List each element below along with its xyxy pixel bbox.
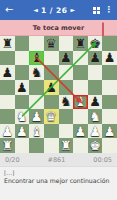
square-d2[interactable]: [44, 124, 59, 139]
next-puzzle-icon[interactable]: ►: [71, 7, 76, 13]
prev-puzzle-icon[interactable]: ◄: [33, 7, 38, 13]
black-pawn: ♟: [60, 51, 72, 64]
grid-view-icon[interactable]: [93, 7, 100, 14]
square-h7[interactable]: ♟: [102, 51, 117, 66]
white-knight: ♞: [89, 109, 101, 122]
square-b2[interactable]: ♟: [15, 124, 30, 139]
square-e2[interactable]: [59, 124, 74, 139]
square-g4[interactable]: ♟: [88, 95, 103, 110]
overflow-menu-icon[interactable]: ⋮: [105, 6, 113, 14]
square-g2[interactable]: ♟: [88, 124, 103, 139]
square-a2[interactable]: ♟: [0, 124, 15, 139]
black-rook: ♜: [75, 36, 87, 49]
square-b4[interactable]: [15, 95, 30, 110]
square-h3[interactable]: [102, 109, 117, 124]
turn-banner-text: Te toca mover: [33, 24, 84, 32]
black-bishop: ♝: [31, 51, 43, 64]
square-g6[interactable]: [88, 65, 103, 80]
square-b7[interactable]: [15, 51, 30, 66]
white-king: ♚: [89, 139, 101, 152]
square-g1[interactable]: ♚: [88, 138, 103, 153]
square-e1[interactable]: ♜: [59, 138, 74, 153]
white-pawn: ♟: [1, 124, 13, 137]
chess-board[interactable]: ♜♛♜♚♝♟♟♟♟♞♟♟♞♝♟♞♟♛♞♟♟♝♟♟♟♜♜♚: [0, 36, 117, 153]
square-a1[interactable]: ♜: [0, 138, 15, 153]
timer-value: 00:05: [93, 156, 112, 164]
puzzle-id: #861: [48, 156, 66, 164]
black-queen: ♛: [45, 36, 57, 49]
square-f4[interactable]: ♝: [73, 95, 88, 110]
square-a5[interactable]: [0, 80, 15, 95]
square-a4[interactable]: [0, 95, 15, 110]
square-a7[interactable]: [0, 51, 15, 66]
black-pawn: ♟: [89, 51, 101, 64]
square-h6[interactable]: [102, 65, 117, 80]
square-b8[interactable]: [15, 36, 30, 51]
square-a3[interactable]: [0, 109, 15, 124]
hint-text: Encontrar una mejor continuación: [0, 177, 117, 186]
square-d6[interactable]: [44, 65, 59, 80]
square-g3[interactable]: ♞: [88, 109, 103, 124]
square-f6[interactable]: [73, 65, 88, 80]
white-pawn: ♟: [104, 124, 116, 137]
top-bar: ← ◄ 1 / 26 ► ⋮: [0, 0, 117, 20]
back-icon[interactable]: ←: [3, 5, 15, 15]
square-h5[interactable]: [102, 80, 117, 95]
square-c7[interactable]: ♝: [29, 51, 44, 66]
white-rook: ♜: [1, 139, 13, 152]
white-pawn: ♟: [75, 124, 87, 137]
square-e4[interactable]: ♞: [59, 95, 74, 110]
square-d3[interactable]: ♛: [44, 109, 59, 124]
square-h4[interactable]: [102, 95, 117, 110]
black-pawn: ♟: [104, 51, 116, 64]
square-b6[interactable]: [15, 65, 30, 80]
white-pawn: ♟: [16, 124, 28, 137]
square-d7[interactable]: [44, 51, 59, 66]
square-e5[interactable]: [59, 80, 74, 95]
app-window: ← ◄ 1 / 26 ► ⋮ Te toca mover ♜♛♜♚♝♟♟♟♟♞♟…: [0, 0, 117, 200]
black-rook: ♜: [1, 36, 13, 49]
square-c3[interactable]: ♟: [29, 109, 44, 124]
moves-list-collapsed[interactable]: [...]: [0, 167, 117, 177]
white-knight: ♞: [16, 109, 28, 122]
square-h8[interactable]: [102, 36, 117, 51]
square-e7[interactable]: ♟: [59, 51, 74, 66]
square-d4[interactable]: [44, 95, 59, 110]
status-bar: 0/20 #861 00:05: [0, 153, 117, 167]
black-pawn: ♟: [89, 95, 101, 108]
square-b3[interactable]: ♞: [15, 109, 30, 124]
black-knight: ♞: [31, 66, 43, 79]
square-c5[interactable]: [29, 80, 44, 95]
square-g5[interactable]: [88, 80, 103, 95]
square-c1[interactable]: [29, 138, 44, 153]
white-pawn: ♟: [31, 109, 43, 122]
square-c6[interactable]: ♞: [29, 65, 44, 80]
square-f3[interactable]: [73, 109, 88, 124]
square-c8[interactable]: [29, 36, 44, 51]
square-g8[interactable]: ♚: [88, 36, 103, 51]
white-pawn: ♟: [89, 124, 101, 137]
square-f8[interactable]: ♜: [73, 36, 88, 51]
white-queen: ♛: [45, 109, 57, 122]
black-king: ♚: [89, 36, 101, 49]
board-area: ♜♛♜♚♝♟♟♟♟♞♟♟♞♝♟♞♟♛♞♟♟♝♟♟♟♜♜♚: [0, 36, 117, 153]
square-f5[interactable]: [73, 80, 88, 95]
square-c4[interactable]: [29, 95, 44, 110]
black-knight: ♞: [60, 95, 72, 108]
square-a8[interactable]: ♜: [0, 36, 15, 51]
square-a6[interactable]: ♟: [0, 65, 15, 80]
puzzle-counter: 1 / 26: [41, 6, 68, 15]
square-f1[interactable]: [73, 138, 88, 153]
square-e6[interactable]: [59, 65, 74, 80]
square-d8[interactable]: ♛: [44, 36, 59, 51]
square-h2[interactable]: ♟: [102, 124, 117, 139]
square-e3[interactable]: [59, 109, 74, 124]
score-value: 0/20: [5, 156, 20, 164]
computer-icon[interactable]: [102, 23, 114, 33]
square-e8[interactable]: [59, 36, 74, 51]
square-d5[interactable]: ♟: [44, 80, 59, 95]
square-h1[interactable]: [102, 138, 117, 153]
white-bishop: ♝: [31, 124, 43, 137]
turn-banner: Te toca mover: [0, 20, 117, 36]
square-b1[interactable]: [15, 138, 30, 153]
square-c2[interactable]: ♝: [29, 124, 44, 139]
square-f7[interactable]: [73, 51, 88, 66]
square-f2[interactable]: ♟: [73, 124, 88, 139]
square-g7[interactable]: ♟: [88, 51, 103, 66]
square-b5[interactable]: ♟: [15, 80, 30, 95]
square-d1[interactable]: [44, 138, 59, 153]
black-pawn: ♟: [16, 80, 28, 93]
white-rook: ♜: [60, 139, 72, 152]
white-bishop: ♝: [75, 95, 87, 108]
black-pawn: ♟: [1, 66, 13, 79]
black-pawn: ♟: [45, 80, 57, 93]
